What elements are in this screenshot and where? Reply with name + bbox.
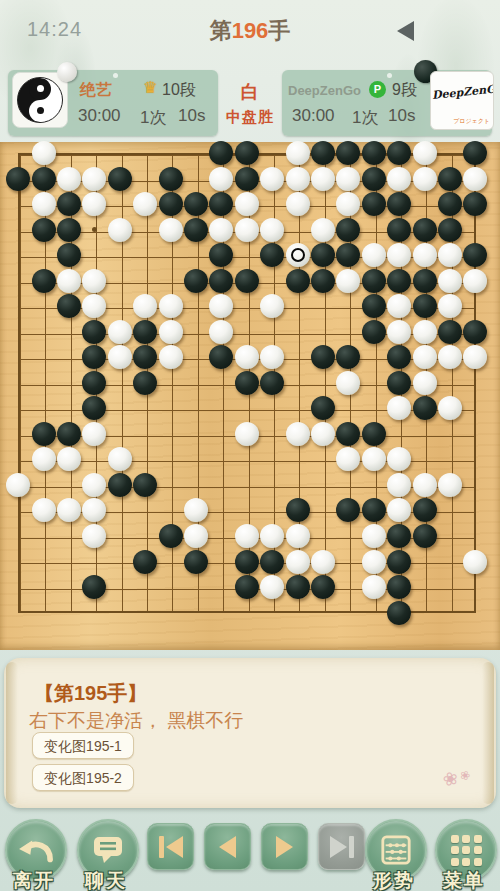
board-cell[interactable] xyxy=(285,243,310,269)
board-cell[interactable] xyxy=(158,345,183,371)
board-cell[interactable] xyxy=(209,243,234,269)
board-cell[interactable] xyxy=(260,396,285,422)
board-cell[interactable] xyxy=(133,141,158,167)
board-cell[interactable] xyxy=(437,574,462,600)
board-cell[interactable] xyxy=(6,294,31,320)
board-cell[interactable] xyxy=(285,600,310,626)
board-cell[interactable] xyxy=(82,141,107,167)
board-cell[interactable] xyxy=(209,319,234,345)
board-cell[interactable] xyxy=(386,574,411,600)
board-cell[interactable] xyxy=(183,243,208,269)
board-cell[interactable] xyxy=(260,141,285,167)
board-cell[interactable] xyxy=(310,166,335,192)
board-cell[interactable] xyxy=(209,294,234,320)
black-player-avatar[interactable] xyxy=(12,72,68,128)
board-cell[interactable] xyxy=(234,549,259,575)
board-cell[interactable] xyxy=(6,600,31,626)
board-cell[interactable] xyxy=(260,447,285,473)
board-cell[interactable] xyxy=(6,192,31,218)
board-cell[interactable] xyxy=(285,345,310,371)
board-cell[interactable] xyxy=(82,294,107,320)
board-cell[interactable] xyxy=(386,192,411,218)
board-cell[interactable] xyxy=(361,141,386,167)
board-cell[interactable] xyxy=(285,549,310,575)
board-cell[interactable] xyxy=(133,268,158,294)
board-cell[interactable] xyxy=(133,600,158,626)
board-cell[interactable] xyxy=(6,396,31,422)
board-cell[interactable] xyxy=(107,472,132,498)
board-cell[interactable] xyxy=(82,472,107,498)
board-cell[interactable] xyxy=(437,549,462,575)
board-cell[interactable] xyxy=(437,396,462,422)
board-cell[interactable] xyxy=(133,549,158,575)
board-cell[interactable] xyxy=(260,319,285,345)
board-cell[interactable] xyxy=(209,396,234,422)
board-cell[interactable] xyxy=(310,600,335,626)
board-cell[interactable] xyxy=(310,574,335,600)
board-cell[interactable] xyxy=(31,243,56,269)
board-cell[interactable] xyxy=(31,345,56,371)
board-cell[interactable] xyxy=(107,268,132,294)
board-cell[interactable] xyxy=(31,268,56,294)
board-cell[interactable] xyxy=(31,141,56,167)
board-cell[interactable] xyxy=(6,345,31,371)
board-cell[interactable] xyxy=(437,472,462,498)
board-cell[interactable] xyxy=(133,472,158,498)
board-cell[interactable] xyxy=(361,549,386,575)
last-move-button[interactable] xyxy=(318,823,365,870)
board-cell[interactable] xyxy=(56,472,81,498)
board-cell[interactable] xyxy=(31,192,56,218)
board-cell[interactable] xyxy=(82,421,107,447)
board-cell[interactable] xyxy=(285,574,310,600)
board-cell[interactable] xyxy=(183,192,208,218)
board-cell[interactable] xyxy=(310,345,335,371)
board-cell[interactable] xyxy=(336,192,361,218)
board-cell[interactable] xyxy=(463,447,488,473)
board-cell[interactable] xyxy=(56,294,81,320)
board-cell[interactable] xyxy=(56,370,81,396)
board-cell[interactable] xyxy=(133,192,158,218)
board-cell[interactable] xyxy=(336,574,361,600)
board-cell[interactable] xyxy=(386,447,411,473)
board-cell[interactable] xyxy=(463,319,488,345)
board-cell[interactable] xyxy=(234,421,259,447)
board-cell[interactable] xyxy=(31,396,56,422)
board-cell[interactable] xyxy=(107,600,132,626)
board-cell[interactable] xyxy=(412,192,437,218)
board-cell[interactable] xyxy=(437,192,462,218)
board-cell[interactable] xyxy=(234,268,259,294)
board-cell[interactable] xyxy=(6,243,31,269)
board-cell[interactable] xyxy=(285,396,310,422)
board-cell[interactable] xyxy=(361,600,386,626)
board-cell[interactable] xyxy=(234,472,259,498)
board-cell[interactable] xyxy=(56,549,81,575)
board-cell[interactable] xyxy=(285,217,310,243)
board-cell[interactable] xyxy=(463,217,488,243)
board-cell[interactable] xyxy=(336,166,361,192)
board-cell[interactable] xyxy=(412,498,437,524)
board-cell[interactable] xyxy=(234,319,259,345)
board-cell[interactable] xyxy=(386,472,411,498)
board-cell[interactable] xyxy=(437,523,462,549)
board-cell[interactable] xyxy=(234,345,259,371)
board-cell[interactable] xyxy=(209,574,234,600)
board-cell[interactable] xyxy=(133,319,158,345)
board-cell[interactable] xyxy=(209,523,234,549)
board-cell[interactable] xyxy=(107,574,132,600)
board-cell[interactable] xyxy=(285,421,310,447)
board-cell[interactable] xyxy=(82,370,107,396)
board-cell[interactable] xyxy=(158,574,183,600)
previous-move-button[interactable] xyxy=(204,823,251,870)
board-cell[interactable] xyxy=(386,268,411,294)
board-cell[interactable] xyxy=(56,268,81,294)
board-cell[interactable] xyxy=(183,421,208,447)
board-cell[interactable] xyxy=(310,217,335,243)
board-cell[interactable] xyxy=(6,523,31,549)
board-cell[interactable] xyxy=(463,243,488,269)
board-cell[interactable] xyxy=(361,396,386,422)
board-cell[interactable] xyxy=(361,447,386,473)
board-cell[interactable] xyxy=(310,370,335,396)
board-cell[interactable] xyxy=(437,166,462,192)
board-cell[interactable] xyxy=(107,447,132,473)
board-cell[interactable] xyxy=(437,268,462,294)
board-cell[interactable] xyxy=(82,345,107,371)
board-cell[interactable] xyxy=(158,192,183,218)
board-cell[interactable] xyxy=(31,523,56,549)
board-cell[interactable] xyxy=(209,600,234,626)
board-cell[interactable] xyxy=(463,421,488,447)
board-cell[interactable] xyxy=(412,549,437,575)
board-cell[interactable] xyxy=(260,217,285,243)
board-cell[interactable] xyxy=(183,523,208,549)
board-cell[interactable] xyxy=(285,370,310,396)
board-cell[interactable] xyxy=(31,472,56,498)
board-cell[interactable] xyxy=(56,217,81,243)
board-cell[interactable] xyxy=(31,319,56,345)
board-cell[interactable] xyxy=(310,243,335,269)
board-cell[interactable] xyxy=(412,294,437,320)
board-cell[interactable] xyxy=(133,370,158,396)
board-cell[interactable] xyxy=(336,421,361,447)
board-cell[interactable] xyxy=(463,370,488,396)
board-cell[interactable] xyxy=(361,319,386,345)
board-cell[interactable] xyxy=(133,421,158,447)
board-cell[interactable] xyxy=(412,319,437,345)
board-cell[interactable] xyxy=(107,166,132,192)
board-cell[interactable] xyxy=(56,523,81,549)
board-cell[interactable] xyxy=(56,243,81,269)
board-cell[interactable] xyxy=(31,447,56,473)
board-cell[interactable] xyxy=(234,498,259,524)
board-cell[interactable] xyxy=(285,268,310,294)
board-cell[interactable] xyxy=(183,166,208,192)
board-cell[interactable] xyxy=(82,523,107,549)
board-cell[interactable] xyxy=(437,498,462,524)
board-cell[interactable] xyxy=(310,447,335,473)
board-cell[interactable] xyxy=(183,498,208,524)
board-cell[interactable] xyxy=(107,141,132,167)
board-cell[interactable] xyxy=(107,370,132,396)
board-cell[interactable] xyxy=(158,396,183,422)
board-cell[interactable] xyxy=(6,421,31,447)
board-cell[interactable] xyxy=(209,217,234,243)
board-cell[interactable] xyxy=(285,141,310,167)
board-cell[interactable] xyxy=(6,549,31,575)
board-cell[interactable] xyxy=(412,141,437,167)
board-cell[interactable] xyxy=(133,447,158,473)
board-cell[interactable] xyxy=(107,345,132,371)
variation-button-1[interactable]: 变化图195-1 xyxy=(32,732,134,759)
board-cell[interactable] xyxy=(158,268,183,294)
board-cell[interactable] xyxy=(31,166,56,192)
board-cell[interactable] xyxy=(234,141,259,167)
board-cell[interactable] xyxy=(463,192,488,218)
board-cell[interactable] xyxy=(437,294,462,320)
board-cell[interactable] xyxy=(107,549,132,575)
board-cell[interactable] xyxy=(133,396,158,422)
board-cell[interactable] xyxy=(412,523,437,549)
board-cell[interactable] xyxy=(260,370,285,396)
board-cell[interactable] xyxy=(336,217,361,243)
board-cell[interactable] xyxy=(260,472,285,498)
board-cell[interactable] xyxy=(361,370,386,396)
board-cell[interactable] xyxy=(209,166,234,192)
board-cell[interactable] xyxy=(56,192,81,218)
board-cell[interactable] xyxy=(209,192,234,218)
board-cell[interactable] xyxy=(437,370,462,396)
board-cell[interactable] xyxy=(386,345,411,371)
board-cell[interactable] xyxy=(336,472,361,498)
board-cell[interactable] xyxy=(412,574,437,600)
board-cell[interactable] xyxy=(412,217,437,243)
board-cell[interactable] xyxy=(183,472,208,498)
board-cell[interactable] xyxy=(82,192,107,218)
board-cell[interactable] xyxy=(412,421,437,447)
board-cell[interactable] xyxy=(133,574,158,600)
board-cell[interactable] xyxy=(107,498,132,524)
board-cell[interactable] xyxy=(31,574,56,600)
board-cell[interactable] xyxy=(437,243,462,269)
board-cell[interactable] xyxy=(31,370,56,396)
board-cell[interactable] xyxy=(82,549,107,575)
board-cell[interactable] xyxy=(158,319,183,345)
board-cell[interactable] xyxy=(463,166,488,192)
board-cell[interactable] xyxy=(386,498,411,524)
board-cell[interactable] xyxy=(285,498,310,524)
board-cell[interactable] xyxy=(6,141,31,167)
board-cell[interactable] xyxy=(183,549,208,575)
board-cell[interactable] xyxy=(463,549,488,575)
board-cell[interactable] xyxy=(82,268,107,294)
board-cell[interactable] xyxy=(386,523,411,549)
board-cell[interactable] xyxy=(158,523,183,549)
board-cell[interactable] xyxy=(361,472,386,498)
board-cell[interactable] xyxy=(386,370,411,396)
board-cell[interactable] xyxy=(336,396,361,422)
board-cell[interactable] xyxy=(437,141,462,167)
board-cell[interactable] xyxy=(285,294,310,320)
board-cell[interactable] xyxy=(310,523,335,549)
board-cell[interactable] xyxy=(310,141,335,167)
board-cell[interactable] xyxy=(6,268,31,294)
board-cell[interactable] xyxy=(107,523,132,549)
board-cell[interactable] xyxy=(82,319,107,345)
board-cell[interactable] xyxy=(31,421,56,447)
board-cell[interactable] xyxy=(6,574,31,600)
board-cell[interactable] xyxy=(386,549,411,575)
board-cell[interactable] xyxy=(310,294,335,320)
board-cell[interactable] xyxy=(463,268,488,294)
board-cell[interactable] xyxy=(133,294,158,320)
board-cell[interactable] xyxy=(183,294,208,320)
board-cell[interactable] xyxy=(56,319,81,345)
board-cell[interactable] xyxy=(158,370,183,396)
board-cell[interactable] xyxy=(361,523,386,549)
board-cell[interactable] xyxy=(158,141,183,167)
board-cell[interactable] xyxy=(6,447,31,473)
board-cell[interactable] xyxy=(6,166,31,192)
board-cell[interactable] xyxy=(6,319,31,345)
board-cell[interactable] xyxy=(209,421,234,447)
board-cell[interactable] xyxy=(361,217,386,243)
board-cell[interactable] xyxy=(56,345,81,371)
board-cell[interactable] xyxy=(158,498,183,524)
board-cell[interactable] xyxy=(107,319,132,345)
board-cell[interactable] xyxy=(234,447,259,473)
board-cell[interactable] xyxy=(183,319,208,345)
board-cell[interactable] xyxy=(158,447,183,473)
board-cell[interactable] xyxy=(234,294,259,320)
board-cell[interactable] xyxy=(285,166,310,192)
board-cell[interactable] xyxy=(133,217,158,243)
board-cell[interactable] xyxy=(31,294,56,320)
board-cell[interactable] xyxy=(209,268,234,294)
first-move-button[interactable] xyxy=(147,823,194,870)
board-cell[interactable] xyxy=(386,243,411,269)
board-cell[interactable] xyxy=(158,294,183,320)
board-cell[interactable] xyxy=(386,141,411,167)
board-cell[interactable] xyxy=(234,600,259,626)
board-cell[interactable] xyxy=(310,421,335,447)
board-cell[interactable] xyxy=(260,192,285,218)
board-cell[interactable] xyxy=(336,141,361,167)
board-cell[interactable] xyxy=(336,447,361,473)
board-cell[interactable] xyxy=(234,396,259,422)
board-cell[interactable] xyxy=(82,166,107,192)
board-cell[interactable] xyxy=(336,319,361,345)
board-cell[interactable] xyxy=(6,217,31,243)
board-cell[interactable] xyxy=(133,243,158,269)
board-cell[interactable] xyxy=(437,447,462,473)
board-cell[interactable] xyxy=(107,294,132,320)
board-cell[interactable] xyxy=(158,166,183,192)
board-cell[interactable] xyxy=(310,319,335,345)
board-cell[interactable] xyxy=(260,600,285,626)
board-cell[interactable] xyxy=(158,549,183,575)
board-cell[interactable] xyxy=(285,472,310,498)
board-cell[interactable] xyxy=(336,370,361,396)
board-cell[interactable] xyxy=(463,472,488,498)
board-cell[interactable] xyxy=(310,498,335,524)
board-cell[interactable] xyxy=(82,574,107,600)
board-cell[interactable] xyxy=(234,166,259,192)
board-cell[interactable] xyxy=(361,421,386,447)
board-cell[interactable] xyxy=(6,370,31,396)
board-cell[interactable] xyxy=(463,498,488,524)
board-cell[interactable] xyxy=(31,549,56,575)
board-cell[interactable] xyxy=(361,294,386,320)
board-cell[interactable] xyxy=(56,574,81,600)
board-cell[interactable] xyxy=(260,498,285,524)
board-cell[interactable] xyxy=(412,370,437,396)
board-cell[interactable] xyxy=(133,166,158,192)
board-cell[interactable] xyxy=(56,421,81,447)
board-cell[interactable] xyxy=(158,243,183,269)
board-cell[interactable] xyxy=(412,396,437,422)
board-cell[interactable] xyxy=(260,523,285,549)
board-cell[interactable] xyxy=(6,472,31,498)
board-cell[interactable] xyxy=(386,166,411,192)
board-cell[interactable] xyxy=(183,447,208,473)
board-cell[interactable] xyxy=(183,600,208,626)
board-cell[interactable] xyxy=(209,345,234,371)
board-cell[interactable] xyxy=(209,447,234,473)
board-cell[interactable] xyxy=(107,396,132,422)
board-cell[interactable] xyxy=(412,600,437,626)
board-cell[interactable] xyxy=(234,243,259,269)
board-cell[interactable] xyxy=(183,141,208,167)
sound-toggle-icon[interactable] xyxy=(397,21,414,41)
board-cell[interactable] xyxy=(437,319,462,345)
board-cell[interactable] xyxy=(386,421,411,447)
board-cell[interactable] xyxy=(133,498,158,524)
board-cell[interactable] xyxy=(260,294,285,320)
board-cell[interactable] xyxy=(183,574,208,600)
board-cell[interactable] xyxy=(310,192,335,218)
board-cell[interactable] xyxy=(412,268,437,294)
board-cell[interactable] xyxy=(107,192,132,218)
board-cell[interactable] xyxy=(82,396,107,422)
board-cell[interactable] xyxy=(56,396,81,422)
board-cell[interactable] xyxy=(336,600,361,626)
board-cell[interactable] xyxy=(361,243,386,269)
board-cell[interactable] xyxy=(234,192,259,218)
board-cell[interactable] xyxy=(285,523,310,549)
board-cell[interactable] xyxy=(260,421,285,447)
board-cell[interactable] xyxy=(386,217,411,243)
board-cell[interactable] xyxy=(386,396,411,422)
board-cell[interactable] xyxy=(82,600,107,626)
board-cell[interactable] xyxy=(310,549,335,575)
board-cell[interactable] xyxy=(463,523,488,549)
board-cell[interactable] xyxy=(133,345,158,371)
board-cell[interactable] xyxy=(437,421,462,447)
board-cell[interactable] xyxy=(412,345,437,371)
board-cell[interactable] xyxy=(463,396,488,422)
board-cell[interactable] xyxy=(361,345,386,371)
board-cell[interactable] xyxy=(56,600,81,626)
board-cell[interactable] xyxy=(361,192,386,218)
board-cell[interactable] xyxy=(183,370,208,396)
board-cell[interactable] xyxy=(310,396,335,422)
board-cell[interactable] xyxy=(234,217,259,243)
board-cell[interactable] xyxy=(107,243,132,269)
board-cell[interactable] xyxy=(336,294,361,320)
